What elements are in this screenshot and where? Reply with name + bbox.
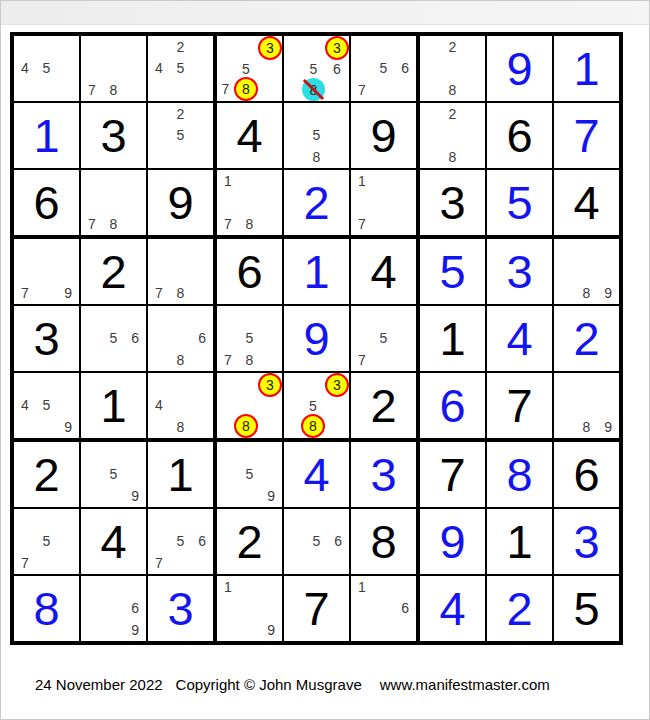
candidates: 57: [14, 509, 79, 574]
sudoku-board: 4578245132567893578356856745891782172891…: [10, 32, 623, 645]
solved-digit: 8: [33, 585, 59, 632]
yellow-circle-highlight: 3: [258, 36, 282, 60]
cell-r2c4[interactable]: 4: [217, 103, 282, 168]
cell-r1c3[interactable]: 245: [148, 36, 213, 101]
candidates: 578: [217, 306, 282, 371]
candidates: 69: [81, 576, 146, 641]
sudoku-box: 786913425: [420, 442, 619, 641]
cell-r4c2[interactable]: 2: [81, 239, 146, 304]
yellow-circle-highlight: 3: [258, 373, 282, 397]
given-digit: 7: [303, 585, 329, 632]
cell-r5c3[interactable]: 68: [148, 306, 213, 371]
candidate-5: 5: [301, 397, 325, 414]
cell-r3c8[interactable]: 5: [487, 170, 552, 235]
given-digit: 7: [439, 451, 465, 498]
candidates: 245: [148, 36, 213, 101]
cell-r4c5[interactable]: 1: [284, 239, 349, 304]
cell-r6c7[interactable]: 6: [420, 373, 485, 438]
cell-r6c8[interactable]: 7: [487, 373, 552, 438]
candidate-5: 5: [103, 328, 125, 350]
candidates: 3568: [284, 36, 349, 101]
cell-r3c7[interactable]: 3: [420, 170, 485, 235]
candidates: 89: [554, 373, 619, 438]
given-digit: 3: [439, 179, 465, 226]
cell-r6c1[interactable]: 459: [14, 373, 79, 438]
candidate-9: 9: [597, 416, 619, 438]
solved-digit: 7: [573, 112, 599, 159]
candidates: 56: [284, 509, 349, 574]
sudoku-box: 614578957383582: [217, 239, 416, 438]
yellow-circle-highlight: 8: [234, 414, 258, 438]
title-bar: [1, 1, 649, 25]
candidate-5: 5: [234, 60, 258, 77]
given-digit: 1: [506, 518, 532, 565]
candidate-4: 4: [148, 58, 170, 80]
yellow-circle-highlight: 3: [325, 36, 349, 60]
given-digit: 6: [506, 112, 532, 159]
cell-r9c4[interactable]: 19: [217, 576, 282, 641]
solved-digit: 3: [167, 585, 193, 632]
candidate-8: 8: [576, 416, 598, 438]
candidate-7: 7: [14, 282, 36, 304]
solved-digit: 1: [33, 112, 59, 159]
cell-r7c8[interactable]: 8: [487, 442, 552, 507]
candidate-8: 8: [576, 282, 598, 304]
candidate-5: 5: [170, 58, 192, 80]
cell-r7c2[interactable]: 59: [81, 442, 146, 507]
yellow-circle-highlight: 8: [234, 77, 258, 101]
candidate-5: 5: [36, 531, 58, 553]
cell-r8c7[interactable]: 9: [420, 509, 485, 574]
candidates: 58: [284, 103, 349, 168]
cell-r9c8[interactable]: 2: [487, 576, 552, 641]
candidate-5: 5: [373, 58, 395, 80]
candidates: 78: [148, 239, 213, 304]
cell-r4c9[interactable]: 89: [554, 239, 619, 304]
solved-digit: 2: [573, 315, 599, 362]
cell-r1c6[interactable]: 567: [351, 36, 416, 101]
solved-digit: 4: [439, 585, 465, 632]
candidate-6: 6: [191, 531, 213, 553]
candidate-9: 9: [260, 619, 282, 641]
candidate-5: 5: [36, 395, 58, 417]
candidates: 25: [148, 103, 213, 168]
given-digit: 4: [236, 112, 262, 159]
cell-r4c1[interactable]: 79: [14, 239, 79, 304]
candidates: 79: [14, 239, 79, 304]
cell-r8c4[interactable]: 2: [217, 509, 282, 574]
cell-r3c3[interactable]: 9: [148, 170, 213, 235]
candidate-2: 2: [442, 36, 464, 58]
candidate-9: 9: [260, 485, 282, 507]
solved-digit: 1: [573, 45, 599, 92]
cell-r4c8[interactable]: 3: [487, 239, 552, 304]
cell-r2c3[interactable]: 25: [148, 103, 213, 168]
solved-digit: 1: [303, 248, 329, 295]
candidate-3: 3: [325, 373, 349, 397]
sudoku-box: 457824513256789: [14, 36, 213, 235]
footer-website: www.manifestmaster.com: [380, 676, 550, 693]
candidate-1: 1: [351, 170, 373, 192]
candidates: 28: [420, 36, 485, 101]
given-digit: 8: [370, 518, 396, 565]
cell-r6c9[interactable]: 89: [554, 373, 619, 438]
solved-digit: 2: [303, 179, 329, 226]
solved-digit: 3: [506, 248, 532, 295]
candidate-8: 8: [306, 146, 328, 168]
candidates: 57: [351, 306, 416, 371]
given-digit: 4: [100, 518, 126, 565]
cell-r6c2[interactable]: 1: [81, 373, 146, 438]
cell-r8c9[interactable]: 3: [554, 509, 619, 574]
cell-r2c2[interactable]: 3: [81, 103, 146, 168]
page: 4578245132567893578356856745891782172891…: [0, 0, 650, 720]
cell-r8c1[interactable]: 57: [14, 509, 79, 574]
cell-r5c5[interactable]: 9: [284, 306, 349, 371]
solved-digit: 3: [573, 518, 599, 565]
cell-r6c5[interactable]: 358: [284, 373, 349, 438]
sudoku-box: 53891426789: [420, 239, 619, 438]
candidates: 78: [81, 36, 146, 101]
candidate-9: 9: [57, 416, 79, 438]
given-digit: 6: [33, 179, 59, 226]
candidates: 56: [81, 306, 146, 371]
sudoku-box: 28912867354: [420, 36, 619, 235]
candidate-1: 1: [217, 576, 239, 598]
candidate-5: 5: [306, 531, 328, 553]
given-digit: 2: [33, 451, 59, 498]
candidates: 358: [284, 373, 349, 438]
cell-r3c2[interactable]: 78: [81, 170, 146, 235]
candidate-9: 9: [597, 282, 619, 304]
candidate-2: 2: [170, 103, 192, 125]
cell-r2c1[interactable]: 1: [14, 103, 79, 168]
cell-r5c2[interactable]: 56: [81, 306, 146, 371]
candidate-7: 7: [14, 552, 36, 574]
cell-r3c5[interactable]: 2: [284, 170, 349, 235]
cell-r2c6[interactable]: 9: [351, 103, 416, 168]
candidate-9: 9: [124, 485, 146, 507]
given-digit: 5: [573, 585, 599, 632]
cell-r5c7[interactable]: 1: [420, 306, 485, 371]
cell-r7c7[interactable]: 7: [420, 442, 485, 507]
cell-r5c9[interactable]: 2: [554, 306, 619, 371]
candidate-3: 3: [258, 36, 282, 60]
cell-r5c1[interactable]: 3: [14, 306, 79, 371]
candidate-4: 4: [148, 395, 170, 417]
cell-r8c2[interactable]: 4: [81, 509, 146, 574]
candidate-5: 5: [239, 328, 261, 350]
candidate-6: 6: [394, 598, 416, 620]
sudoku-box: 25915745678693: [14, 442, 213, 641]
candidate-1: 1: [351, 576, 373, 598]
given-digit: 3: [33, 315, 59, 362]
candidate-5: 5: [373, 328, 395, 350]
candidates: 17: [351, 170, 416, 235]
cell-r6c6[interactable]: 2: [351, 373, 416, 438]
candidates: 178: [217, 170, 282, 235]
solved-digit: 4: [303, 451, 329, 498]
given-digit: 6: [573, 451, 599, 498]
candidates: 459: [14, 373, 79, 438]
solved-digit: 9: [303, 315, 329, 362]
candidate-7: 7: [351, 349, 373, 371]
solved-digit: 5: [506, 179, 532, 226]
candidate-8: 8: [170, 282, 192, 304]
candidate-3: 3: [258, 373, 282, 397]
cell-r3c1[interactable]: 6: [14, 170, 79, 235]
candidate-8: 8: [239, 213, 261, 235]
cell-r6c3[interactable]: 48: [148, 373, 213, 438]
candidate-8: 8: [103, 79, 125, 101]
candidates: 567: [148, 509, 213, 574]
candidate-7: 7: [217, 349, 239, 371]
cell-r1c9[interactable]: 1: [554, 36, 619, 101]
candidate-9: 9: [124, 619, 146, 641]
given-digit: 4: [573, 179, 599, 226]
candidate-7: 7: [351, 213, 373, 235]
given-digit: 7: [506, 382, 532, 429]
candidate-8: 8: [239, 349, 261, 371]
sudoku-box: 7927835668459148: [14, 239, 213, 438]
candidates: 48: [148, 373, 213, 438]
given-digit: 2: [236, 518, 262, 565]
candidate-4: 4: [14, 58, 36, 80]
solved-digit: 9: [506, 45, 532, 92]
cell-r1c8[interactable]: 9: [487, 36, 552, 101]
cell-r7c5[interactable]: 4: [284, 442, 349, 507]
candidates: 68: [148, 306, 213, 371]
cell-r9c2[interactable]: 69: [81, 576, 146, 641]
solved-digit: 9: [439, 518, 465, 565]
given-digit: 4: [370, 248, 396, 295]
footer: 24 November 2022Copyright © John Musgrav…: [35, 676, 550, 693]
yellow-circle-highlight: 8: [301, 414, 325, 438]
cell-r2c9[interactable]: 7: [554, 103, 619, 168]
solved-digit: 3: [370, 451, 396, 498]
cell-r8c3[interactable]: 567: [148, 509, 213, 574]
candidate-7: 7: [81, 79, 103, 101]
candidate-6: 6: [327, 531, 349, 553]
candidate-7: 7: [148, 552, 170, 574]
cell-r2c5[interactable]: 58: [284, 103, 349, 168]
footer-date: 24 November 2022: [35, 676, 163, 693]
candidates: 28: [420, 103, 485, 168]
cell-r7c3[interactable]: 1: [148, 442, 213, 507]
candidate-8: 8: [442, 146, 464, 168]
cell-r9c7[interactable]: 4: [420, 576, 485, 641]
candidate-8: 8: [234, 77, 258, 101]
cell-r1c5[interactable]: 3568: [284, 36, 349, 101]
solved-digit: 2: [506, 585, 532, 632]
candidate-6: 6: [325, 60, 349, 78]
cell-r9c3[interactable]: 3: [148, 576, 213, 641]
candidates: 567: [351, 36, 416, 101]
candidate-8: 8: [170, 416, 192, 438]
candidates: 89: [554, 239, 619, 304]
candidate-6: 6: [124, 598, 146, 620]
candidate-4: 4: [14, 395, 36, 417]
cell-r7c6[interactable]: 3: [351, 442, 416, 507]
candidate-7: 7: [148, 282, 170, 304]
candidate-8: 8: [234, 414, 258, 438]
cell-r8c5[interactable]: 56: [284, 509, 349, 574]
candidate-3: 3: [325, 36, 349, 60]
candidate-8: 8: [302, 78, 325, 101]
candidate-8: 8: [103, 213, 125, 235]
candidates: 16: [351, 576, 416, 641]
candidate-8: 8: [170, 349, 192, 371]
cell-r7c1[interactable]: 2: [14, 442, 79, 507]
given-digit: 2: [370, 382, 396, 429]
cell-r9c9[interactable]: 5: [554, 576, 619, 641]
sudoku-box: 5943256819716: [217, 442, 416, 641]
candidate-2: 2: [170, 36, 192, 58]
cell-r2c8[interactable]: 6: [487, 103, 552, 168]
yellow-circle-highlight: 3: [325, 373, 349, 397]
candidates: 78: [81, 170, 146, 235]
candidates: 45: [14, 36, 79, 101]
solved-digit: 4: [506, 315, 532, 362]
cell-r6c4[interactable]: 38: [217, 373, 282, 438]
cell-r9c1[interactable]: 8: [14, 576, 79, 641]
candidates: 38: [217, 373, 282, 438]
footer-copyright: Copyright © John Musgrave: [176, 676, 362, 693]
candidate-5: 5: [170, 531, 192, 553]
cell-r1c1[interactable]: 45: [14, 36, 79, 101]
cell-r5c8[interactable]: 4: [487, 306, 552, 371]
candidate-8: 8: [301, 414, 325, 438]
candidate-2: 2: [442, 103, 464, 125]
cell-r7c9[interactable]: 6: [554, 442, 619, 507]
solved-digit: 6: [439, 382, 465, 429]
cell-r4c6[interactable]: 4: [351, 239, 416, 304]
given-digit: 1: [100, 382, 126, 429]
candidates: 3578: [217, 36, 282, 101]
candidate-7: 7: [217, 213, 239, 235]
candidate-5: 5: [36, 58, 58, 80]
candidate-7: 7: [351, 79, 373, 101]
cell-r1c4[interactable]: 3578: [217, 36, 282, 101]
cell-r3c6[interactable]: 17: [351, 170, 416, 235]
given-digit: 9: [167, 179, 193, 226]
cell-r4c7[interactable]: 5: [420, 239, 485, 304]
candidate-5: 5: [239, 464, 261, 486]
candidate-5: 5: [302, 60, 325, 78]
given-digit: 1: [439, 315, 465, 362]
solved-digit: 8: [506, 451, 532, 498]
cell-r3c9[interactable]: 4: [554, 170, 619, 235]
cell-r8c8[interactable]: 1: [487, 509, 552, 574]
given-digit: 1: [167, 451, 193, 498]
given-digit: 9: [370, 112, 396, 159]
cell-r1c7[interactable]: 28: [420, 36, 485, 101]
cell-r5c4[interactable]: 578: [217, 306, 282, 371]
cell-r7c4[interactable]: 59: [217, 442, 282, 507]
candidates: 19: [217, 576, 282, 641]
candidate-5: 5: [306, 125, 328, 147]
candidate-7: 7: [217, 77, 234, 101]
cell-r5c6[interactable]: 57: [351, 306, 416, 371]
candidate-7: 7: [81, 213, 103, 235]
candidate-5: 5: [103, 464, 125, 486]
candidate-6: 6: [191, 328, 213, 350]
cell-r4c4[interactable]: 6: [217, 239, 282, 304]
sudoku-box: 357835685674589178217: [217, 36, 416, 235]
candidate-6: 6: [124, 328, 146, 350]
cell-r1c2[interactable]: 78: [81, 36, 146, 101]
given-digit: 3: [100, 112, 126, 159]
given-digit: 6: [236, 248, 262, 295]
cell-r3c4[interactable]: 178: [217, 170, 282, 235]
candidate-8: 8: [442, 79, 464, 101]
cell-r9c6[interactable]: 16: [351, 576, 416, 641]
candidate-9: 9: [57, 282, 79, 304]
candidates: 59: [81, 442, 146, 507]
candidates: 59: [217, 442, 282, 507]
cell-r8c6[interactable]: 8: [351, 509, 416, 574]
cell-r4c3[interactable]: 78: [148, 239, 213, 304]
cell-r2c7[interactable]: 28: [420, 103, 485, 168]
candidate-1: 1: [217, 170, 239, 192]
cyan-strike-highlight: 8: [302, 78, 325, 101]
candidate-5: 5: [170, 125, 192, 147]
candidate-6: 6: [394, 58, 416, 80]
cell-r9c5[interactable]: 7: [284, 576, 349, 641]
given-digit: 2: [100, 248, 126, 295]
solved-digit: 5: [439, 248, 465, 295]
